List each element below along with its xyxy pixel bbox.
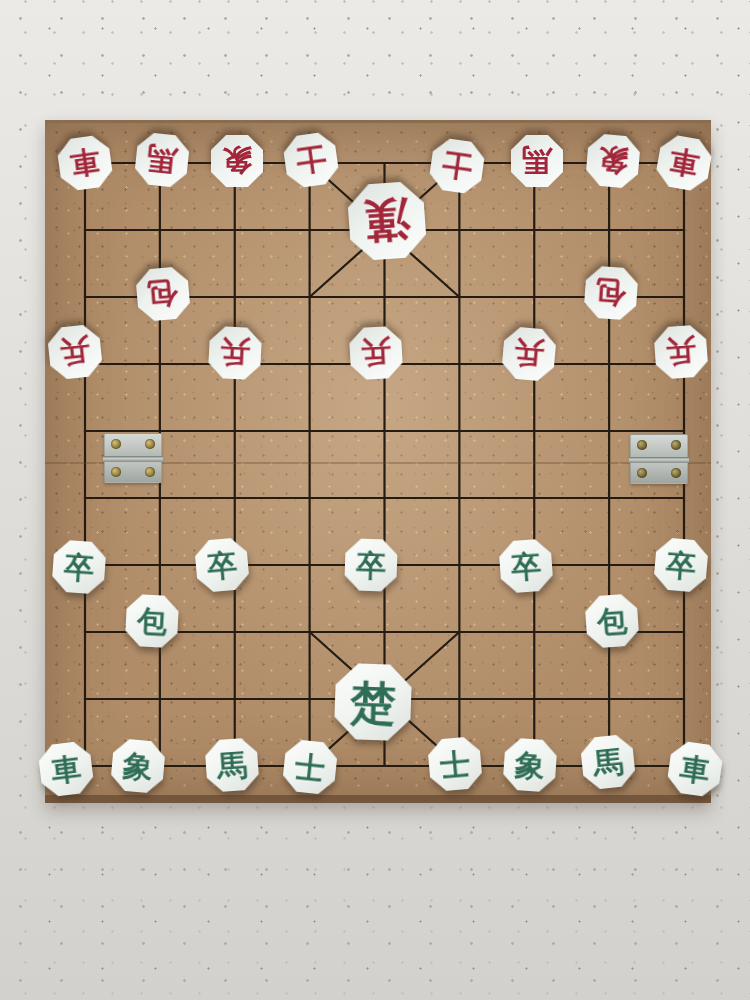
piece-face: 包 <box>583 265 639 321</box>
piece-character: 卒 <box>355 550 386 581</box>
piece-red-advisor[interactable]: 士 <box>428 137 487 196</box>
piece-green-soldier[interactable]: 卒 <box>194 537 250 593</box>
piece-character: 包 <box>596 606 628 638</box>
piece-character: 士 <box>439 749 472 782</box>
piece-character: 士 <box>441 148 475 182</box>
piece-character: 包 <box>136 606 168 638</box>
piece-character: 兵 <box>58 335 91 368</box>
piece-face: 馬 <box>580 733 637 790</box>
piece-green-elephant[interactable]: 象 <box>502 737 558 793</box>
piece-character: 卒 <box>665 550 698 583</box>
piece-face: 卒 <box>194 537 250 593</box>
piece-face: 馬 <box>133 131 190 188</box>
piece-red-elephant[interactable]: 象 <box>211 135 263 187</box>
piece-character: 象 <box>122 751 155 784</box>
piece-face: 卒 <box>344 538 398 592</box>
piece-red-horse[interactable]: 馬 <box>511 135 563 187</box>
piece-character: 車 <box>49 753 82 786</box>
piece-red-advisor[interactable]: 士 <box>281 131 340 190</box>
piece-face: 馬 <box>204 737 260 793</box>
piece-face: 卒 <box>51 539 107 595</box>
piece-green-chariot[interactable]: 車 <box>37 740 95 798</box>
piece-green-advisor[interactable]: 士 <box>427 736 483 792</box>
piece-face: 士 <box>428 137 487 196</box>
piece-red-horse[interactable]: 馬 <box>133 131 190 188</box>
piece-red-cannon[interactable]: 包 <box>135 266 191 322</box>
piece-character: 卒 <box>63 552 95 584</box>
piece-face: 象 <box>211 135 263 187</box>
piece-character: 象 <box>514 750 546 782</box>
piece-character: 馬 <box>522 145 552 175</box>
piece-face: 楚 <box>333 663 412 742</box>
piece-green-soldier[interactable]: 卒 <box>498 538 554 594</box>
piece-face: 包 <box>125 594 180 649</box>
piece-character: 士 <box>293 752 326 785</box>
piece-face: 兵 <box>501 326 557 382</box>
piece-red-elephant[interactable]: 象 <box>585 133 641 189</box>
piece-face: 漢 <box>346 180 427 261</box>
piece-character: 包 <box>595 276 627 308</box>
piece-green-soldier[interactable]: 卒 <box>653 537 709 593</box>
piece-red-chariot[interactable]: 車 <box>56 134 115 193</box>
piece-red-soldier[interactable]: 兵 <box>348 326 403 381</box>
xiangqi-board[interactable]: 車馬象士士馬象車漢包包兵兵兵兵兵卒卒卒卒卒包包楚車象馬士士象馬車 <box>45 120 711 803</box>
piece-face: 卒 <box>498 538 554 594</box>
piece-face: 包 <box>135 266 191 322</box>
piece-face: 馬 <box>511 135 563 187</box>
piece-face: 象 <box>585 133 641 189</box>
right-hinge <box>630 434 688 484</box>
hinge-screw <box>111 439 121 449</box>
piece-red-soldier[interactable]: 兵 <box>207 326 262 381</box>
piece-character: 士 <box>294 142 328 176</box>
piece-green-cannon[interactable]: 包 <box>125 594 180 649</box>
piece-green-soldier[interactable]: 卒 <box>344 538 398 592</box>
hinge-screw <box>111 467 121 477</box>
piece-face: 士 <box>281 738 338 795</box>
piece-red-general[interactable]: 漢 <box>346 180 427 261</box>
piece-character: 馬 <box>592 747 625 780</box>
piece-face: 兵 <box>653 324 709 380</box>
piece-character: 車 <box>678 753 712 787</box>
piece-character: 漢 <box>362 195 411 244</box>
hinge-screw <box>671 468 681 478</box>
piece-character: 象 <box>222 145 252 175</box>
hinge-screw <box>637 468 647 478</box>
piece-face: 象 <box>110 738 166 794</box>
piece-red-soldier[interactable]: 兵 <box>501 326 557 382</box>
piece-green-horse[interactable]: 馬 <box>580 733 637 790</box>
piece-character: 車 <box>68 145 102 179</box>
piece-character: 包 <box>147 277 180 310</box>
hinge-screw <box>145 467 155 477</box>
piece-green-advisor[interactable]: 士 <box>281 738 338 795</box>
piece-character: 兵 <box>513 337 546 370</box>
piece-green-elephant[interactable]: 象 <box>110 738 166 794</box>
hinge-screw <box>671 440 681 450</box>
piece-face: 車 <box>666 740 725 799</box>
piece-character: 卒 <box>206 550 239 583</box>
piece-green-cannon[interactable]: 包 <box>584 593 640 649</box>
countertop-background: 車馬象士士馬象車漢包包兵兵兵兵兵卒卒卒卒卒包包楚車象馬士士象馬車 <box>0 0 750 1000</box>
piece-character: 卒 <box>510 551 542 583</box>
piece-face: 兵 <box>207 326 262 381</box>
piece-face: 車 <box>37 740 95 798</box>
piece-red-cannon[interactable]: 包 <box>583 265 639 321</box>
hinge-screw <box>145 439 155 449</box>
piece-face: 兵 <box>46 323 103 380</box>
left-hinge <box>104 433 162 483</box>
piece-character: 兵 <box>219 336 251 368</box>
piece-green-chariot[interactable]: 車 <box>666 740 725 799</box>
piece-face: 士 <box>427 736 483 792</box>
hinge-screw <box>637 440 647 450</box>
piece-red-chariot[interactable]: 車 <box>654 133 714 193</box>
piece-character: 兵 <box>360 336 392 368</box>
piece-green-soldier[interactable]: 卒 <box>51 539 107 595</box>
piece-red-soldier[interactable]: 兵 <box>653 324 709 380</box>
piece-character: 車 <box>667 145 702 180</box>
piece-character: 馬 <box>216 750 248 782</box>
piece-character: 楚 <box>349 679 397 727</box>
piece-character: 馬 <box>145 143 178 176</box>
piece-face: 象 <box>502 737 558 793</box>
piece-face: 車 <box>654 133 714 193</box>
piece-face: 兵 <box>348 326 403 381</box>
piece-character: 象 <box>597 144 630 177</box>
piece-face: 卒 <box>653 537 709 593</box>
piece-green-general[interactable]: 楚 <box>333 663 412 742</box>
piece-face: 包 <box>584 593 640 649</box>
piece-green-horse[interactable]: 馬 <box>204 737 260 793</box>
piece-character: 兵 <box>665 335 697 367</box>
piece-face: 車 <box>56 134 115 193</box>
piece-face: 士 <box>281 131 340 190</box>
piece-red-soldier[interactable]: 兵 <box>46 323 103 380</box>
